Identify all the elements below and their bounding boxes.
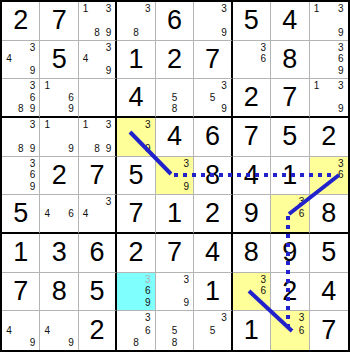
digit-r9c7: 1 xyxy=(233,311,270,350)
cell-r1c4[interactable]: 38 xyxy=(117,2,155,41)
cell-r6c2[interactable]: 46 xyxy=(40,195,78,234)
cell-r5c2[interactable]: 2 xyxy=(40,157,78,196)
cell-r8c6[interactable]: 1 xyxy=(194,273,232,312)
cell-r8c4[interactable]: 369 xyxy=(117,273,155,312)
candidates-r2c1: 349 xyxy=(3,42,38,78)
candidate-r4c4-9: 9 xyxy=(142,143,154,155)
candidate-r8c4-9: 9 xyxy=(142,297,154,309)
candidate-r4c2-9: 9 xyxy=(65,143,77,155)
candidate-r3c2-9: 9 xyxy=(65,103,77,115)
cell-r4c9[interactable]: 2 xyxy=(310,118,348,157)
cell-r4c7[interactable]: 7 xyxy=(233,118,271,157)
cell-r3c5[interactable]: 58 xyxy=(156,79,194,118)
digit-r2c5: 2 xyxy=(156,41,193,79)
cell-r9c3[interactable]: 2 xyxy=(79,311,117,350)
candidates-r9c5: 58 xyxy=(157,312,192,349)
candidate-r1c9-1: 1 xyxy=(311,3,323,15)
cell-r2c3[interactable]: 349 xyxy=(79,41,117,80)
candidate-r3c5-5: 5 xyxy=(169,92,181,104)
candidates-r1c3: 1389 xyxy=(80,3,114,39)
digit-r4c9: 2 xyxy=(310,118,348,156)
candidates-r3c2: 169 xyxy=(41,80,76,115)
digit-r3c8: 7 xyxy=(271,79,308,116)
cell-r8c1[interactable]: 7 xyxy=(2,273,40,312)
digit-r8c9: 4 xyxy=(310,273,348,311)
digit-r1c2: 7 xyxy=(40,2,77,40)
digit-r6c5: 1 xyxy=(156,195,193,232)
digit-r4c7: 7 xyxy=(233,118,270,156)
cell-r6c5[interactable]: 1 xyxy=(156,195,194,234)
digit-r2c8: 8 xyxy=(271,41,308,79)
candidates-r3c1: 3689 xyxy=(3,80,38,115)
candidate-r2c3-9: 9 xyxy=(103,65,114,77)
cell-r9c9[interactable]: 7 xyxy=(310,311,348,350)
candidates-r9c6: 35 xyxy=(195,312,229,349)
digit-r6c6: 2 xyxy=(194,195,230,232)
candidate-r1c4-8: 8 xyxy=(130,27,142,39)
cell-r7c5[interactable]: 7 xyxy=(156,234,194,273)
cell-r7c3[interactable]: 6 xyxy=(79,234,117,273)
candidate-r4c3-1: 1 xyxy=(80,119,91,131)
candidates-r5c1: 369 xyxy=(3,158,38,194)
cell-r8c9[interactable]: 4 xyxy=(310,273,348,312)
candidate-r2c9-3: 3 xyxy=(335,42,347,54)
digit-r3c7: 2 xyxy=(233,79,270,116)
cell-r5c1[interactable]: 369 xyxy=(2,157,40,196)
candidates-r2c3: 349 xyxy=(80,42,114,78)
candidate-r2c7-6: 6 xyxy=(257,54,269,66)
digit-r4c6: 6 xyxy=(194,118,230,156)
candidates-r4c4: 39 xyxy=(118,119,153,155)
cell-r2c2[interactable]: 5 xyxy=(40,41,78,80)
candidate-r2c1-9: 9 xyxy=(27,65,39,77)
cell-r3c8[interactable]: 7 xyxy=(271,79,309,118)
cell-r4c8[interactable]: 5 xyxy=(271,118,309,157)
digit-r9c3: 2 xyxy=(79,311,115,350)
candidates-r1c6: 39 xyxy=(195,3,229,39)
digit-r7c4: 2 xyxy=(117,234,154,272)
candidates-r2c7: 36 xyxy=(234,42,269,78)
candidate-r9c8-3: 3 xyxy=(296,312,308,324)
digit-r7c7: 8 xyxy=(233,234,270,272)
cell-r8c3[interactable]: 5 xyxy=(79,273,117,312)
candidate-r9c6-5: 5 xyxy=(207,325,218,337)
cell-r6c9[interactable]: 8 xyxy=(310,195,348,234)
sudoku-grid: 2713893863954139349534912736836936891694… xyxy=(0,0,350,352)
digit-r5c3: 7 xyxy=(79,157,115,195)
cell-r6c3[interactable]: 34 xyxy=(79,195,117,234)
candidate-r2c1-3: 3 xyxy=(27,42,39,54)
candidate-r4c2-1: 1 xyxy=(41,119,53,131)
cell-r5c5[interactable]: 39 xyxy=(156,157,194,196)
candidate-r5c5-3: 3 xyxy=(180,158,192,170)
candidate-r9c4-8: 8 xyxy=(130,337,142,349)
cell-r8c7[interactable]: 36 xyxy=(233,273,271,312)
candidates-r3c6: 359 xyxy=(195,80,229,115)
candidate-r2c9-9: 9 xyxy=(335,65,347,77)
candidate-r2c1-4: 4 xyxy=(3,54,15,66)
candidates-r1c4: 38 xyxy=(118,3,153,39)
candidates-r9c2: 49 xyxy=(41,312,76,349)
digit-r1c1: 2 xyxy=(2,2,39,40)
candidate-r1c3-9: 9 xyxy=(103,27,114,39)
candidate-r1c3-1: 1 xyxy=(80,3,91,15)
cell-r1c8[interactable]: 4 xyxy=(271,2,309,41)
cell-r4c4[interactable]: 39 xyxy=(117,118,155,157)
cell-r2c6[interactable]: 7 xyxy=(194,41,232,80)
candidate-r5c1-3: 3 xyxy=(27,158,39,170)
digit-r2c4: 1 xyxy=(117,41,154,79)
candidate-r9c4-6: 6 xyxy=(142,325,154,337)
cell-r2c7[interactable]: 36 xyxy=(233,41,271,80)
cell-r6c6[interactable]: 2 xyxy=(194,195,232,234)
candidate-r1c6-3: 3 xyxy=(218,3,229,15)
candidate-r9c1-4: 4 xyxy=(3,325,15,337)
cell-r8c8[interactable]: 2 xyxy=(271,273,309,312)
cell-r7c8[interactable]: 9 xyxy=(271,234,309,273)
candidate-r4c1-8: 8 xyxy=(15,143,27,155)
candidate-r4c1-3: 3 xyxy=(27,119,39,131)
digit-r4c5: 4 xyxy=(156,118,193,156)
cell-r4c3[interactable]: 1389 xyxy=(79,118,117,157)
candidates-r5c9: 36 xyxy=(311,158,347,194)
digit-r6c1: 5 xyxy=(2,195,39,232)
candidates-r1c9: 139 xyxy=(311,3,347,39)
candidate-r5c1-6: 6 xyxy=(27,170,39,182)
cell-r7c9[interactable]: 5 xyxy=(310,234,348,273)
cell-r3c9[interactable]: 139 xyxy=(310,79,348,118)
cell-r9c8[interactable]: 36 xyxy=(271,311,309,350)
candidate-r3c6-9: 9 xyxy=(218,103,229,115)
digit-r7c2: 3 xyxy=(40,234,77,272)
candidate-r8c7-3: 3 xyxy=(257,274,269,286)
candidates-r8c5: 39 xyxy=(157,274,192,310)
cell-r5c9[interactable]: 36 xyxy=(310,157,348,196)
digit-r2c6: 7 xyxy=(194,41,230,79)
candidate-r6c3-4: 4 xyxy=(80,208,91,220)
candidate-r2c3-4: 4 xyxy=(80,54,91,66)
digit-r4c8: 5 xyxy=(271,118,308,156)
cell-r3c4[interactable]: 4 xyxy=(117,79,155,118)
digit-r5c8: 1 xyxy=(271,157,308,195)
cell-r2c9[interactable]: 369 xyxy=(310,41,348,80)
digit-r1c5: 6 xyxy=(156,2,193,40)
candidate-r8c5-9: 9 xyxy=(180,297,192,309)
candidate-r3c1-8: 8 xyxy=(15,103,27,115)
cell-r2c8[interactable]: 8 xyxy=(271,41,309,80)
candidate-r8c7-6: 6 xyxy=(257,286,269,298)
digit-r7c9: 5 xyxy=(310,234,348,272)
cell-r8c5[interactable]: 39 xyxy=(156,273,194,312)
digit-r9c9: 7 xyxy=(310,311,348,350)
candidate-r8c4-6: 6 xyxy=(142,286,154,298)
candidate-r3c5-8: 8 xyxy=(169,103,181,115)
candidate-r5c5-9: 9 xyxy=(180,181,192,193)
digit-r8c8: 2 xyxy=(271,273,308,311)
cell-r6c7[interactable]: 9 xyxy=(233,195,271,234)
candidate-r9c5-8: 8 xyxy=(169,337,181,349)
candidate-r3c6-3: 3 xyxy=(218,80,229,92)
cell-r6c8[interactable]: 36 xyxy=(271,195,309,234)
cell-r5c4[interactable]: 5 xyxy=(117,157,155,196)
cell-r7c7[interactable]: 8 xyxy=(233,234,271,273)
digit-r7c6: 4 xyxy=(194,234,230,272)
candidate-r9c4-3: 3 xyxy=(142,312,154,324)
cell-r5c3[interactable]: 7 xyxy=(79,157,117,196)
candidate-r1c3-8: 8 xyxy=(91,27,102,39)
candidate-r3c9-3: 3 xyxy=(335,80,347,92)
candidate-r3c2-1: 1 xyxy=(41,80,53,92)
candidate-r2c9-6: 6 xyxy=(335,54,347,66)
candidate-r9c2-9: 9 xyxy=(65,337,77,349)
cell-r9c6[interactable]: 35 xyxy=(194,311,232,350)
candidates-r9c1: 49 xyxy=(3,312,38,349)
digit-r1c7: 5 xyxy=(233,2,270,40)
candidate-r2c7-3: 3 xyxy=(257,42,269,54)
cell-r7c1[interactable]: 1 xyxy=(2,234,40,273)
candidate-r4c3-3: 3 xyxy=(103,119,114,131)
cell-r7c4[interactable]: 2 xyxy=(117,234,155,273)
cell-r5c6[interactable]: 8 xyxy=(194,157,232,196)
candidates-r3c9: 139 xyxy=(311,80,347,115)
candidates-r4c2: 19 xyxy=(41,119,76,155)
candidate-r4c1-9: 9 xyxy=(27,143,39,155)
sudoku-app: 2713893863954139349534912736836936891694… xyxy=(0,0,350,352)
cell-r2c1[interactable]: 349 xyxy=(2,41,40,80)
digit-r5c6: 8 xyxy=(194,157,230,195)
cell-r5c8[interactable]: 1 xyxy=(271,157,309,196)
digit-r5c4: 5 xyxy=(117,157,154,195)
candidate-r1c9-3: 3 xyxy=(335,3,347,15)
cell-r8c2[interactable]: 8 xyxy=(40,273,78,312)
cell-r3c2[interactable]: 169 xyxy=(40,79,78,118)
candidate-r1c4-3: 3 xyxy=(142,3,154,15)
digit-r8c2: 8 xyxy=(40,273,77,311)
cell-r4c5[interactable]: 4 xyxy=(156,118,194,157)
candidate-r9c2-4: 4 xyxy=(41,325,53,337)
candidate-r1c6-9: 9 xyxy=(218,27,229,39)
digit-r6c7: 9 xyxy=(233,195,270,232)
cell-r1c6[interactable]: 39 xyxy=(194,2,232,41)
candidates-r6c2: 46 xyxy=(41,196,76,231)
cell-r3c7[interactable]: 2 xyxy=(233,79,271,118)
candidate-r9c8-6: 6 xyxy=(296,325,308,337)
candidate-r4c3-8: 8 xyxy=(91,143,102,155)
cell-r1c9[interactable]: 139 xyxy=(310,2,348,41)
cell-r1c7[interactable]: 5 xyxy=(233,2,271,41)
candidates-r6c8: 36 xyxy=(272,196,307,231)
candidate-r6c2-4: 4 xyxy=(41,208,53,220)
cell-r9c1[interactable]: 49 xyxy=(2,311,40,350)
candidate-r3c9-9: 9 xyxy=(335,103,347,115)
candidate-r9c1-9: 9 xyxy=(27,337,39,349)
digit-r8c6: 1 xyxy=(194,273,230,311)
cell-r2c5[interactable]: 2 xyxy=(156,41,194,80)
candidates-r8c7: 36 xyxy=(234,274,269,310)
candidate-r6c2-6: 6 xyxy=(65,208,77,220)
digit-r2c2: 5 xyxy=(40,41,77,79)
cell-r3c6[interactable]: 359 xyxy=(194,79,232,118)
cell-r1c1[interactable]: 2 xyxy=(2,2,40,41)
cell-r1c5[interactable]: 6 xyxy=(156,2,194,41)
digit-r5c2: 2 xyxy=(40,157,77,195)
cell-r6c1[interactable]: 5 xyxy=(2,195,40,234)
digit-r3c4: 4 xyxy=(117,79,154,116)
candidate-r6c8-6: 6 xyxy=(296,208,308,220)
candidate-r9c6-3: 3 xyxy=(218,312,229,324)
candidate-r3c2-6: 6 xyxy=(65,92,77,104)
digit-r6c4: 7 xyxy=(117,195,154,232)
cell-r5c7[interactable]: 4 xyxy=(233,157,271,196)
cell-r9c5[interactable]: 58 xyxy=(156,311,194,350)
cell-r7c6[interactable]: 4 xyxy=(194,234,232,273)
cell-r9c2[interactable]: 49 xyxy=(40,311,78,350)
candidate-r2c3-3: 3 xyxy=(103,42,114,54)
digit-r1c8: 4 xyxy=(271,2,308,40)
candidate-r3c1-3: 3 xyxy=(27,80,39,92)
candidate-r5c1-9: 9 xyxy=(27,181,39,193)
digit-r6c9: 8 xyxy=(310,195,348,232)
candidates-r9c4: 368 xyxy=(118,312,153,349)
cell-r1c3[interactable]: 1389 xyxy=(79,2,117,41)
candidates-r3c5: 58 xyxy=(157,80,192,115)
candidate-r6c3-3: 3 xyxy=(103,196,114,208)
candidate-r3c1-9: 9 xyxy=(27,103,39,115)
digit-r7c1: 1 xyxy=(2,234,39,272)
candidate-r3c1-6: 6 xyxy=(27,92,39,104)
cell-r4c1[interactable]: 389 xyxy=(2,118,40,157)
candidate-r4c4-3: 3 xyxy=(142,119,154,131)
cell-r9c4[interactable]: 368 xyxy=(117,311,155,350)
cell-r9c7[interactable]: 1 xyxy=(233,311,271,350)
candidates-r6c3: 34 xyxy=(80,196,114,231)
candidate-r3c9-1: 1 xyxy=(311,80,323,92)
digit-r7c3: 6 xyxy=(79,234,115,272)
digit-r8c3: 5 xyxy=(79,273,115,311)
cell-r4c2[interactable]: 19 xyxy=(40,118,78,157)
cell-r3c1[interactable]: 3689 xyxy=(2,79,40,118)
candidate-r3c6-5: 5 xyxy=(207,92,218,104)
candidate-r5c9-6: 6 xyxy=(335,170,347,182)
cell-r4c6[interactable]: 6 xyxy=(194,118,232,157)
candidates-r8c4: 369 xyxy=(118,274,153,310)
candidates-r4c1: 389 xyxy=(3,119,38,155)
digit-r8c1: 7 xyxy=(2,273,39,311)
candidate-r4c3-9: 9 xyxy=(103,143,114,155)
candidates-r2c9: 369 xyxy=(311,42,347,78)
cell-r6c4[interactable]: 7 xyxy=(117,195,155,234)
digit-r5c7: 4 xyxy=(233,157,270,195)
cell-r7c2[interactable]: 3 xyxy=(40,234,78,273)
candidate-r8c5-3: 3 xyxy=(180,274,192,286)
candidate-r8c4-3: 3 xyxy=(142,274,154,286)
candidate-r5c9-3: 3 xyxy=(335,158,347,170)
candidate-r1c9-9: 9 xyxy=(335,27,347,39)
candidates-r4c3: 1389 xyxy=(80,119,114,155)
candidates-r9c8: 36 xyxy=(272,312,307,349)
candidate-r9c5-5: 5 xyxy=(169,325,181,337)
cell-r1c2[interactable]: 7 xyxy=(40,2,78,41)
digit-r7c8: 9 xyxy=(271,234,308,272)
candidate-r1c3-3: 3 xyxy=(103,3,114,15)
cell-r2c4[interactable]: 1 xyxy=(117,41,155,80)
digit-r7c5: 7 xyxy=(156,234,193,272)
candidates-r5c5: 39 xyxy=(157,158,192,194)
candidate-r6c8-3: 3 xyxy=(296,196,308,208)
cell-r3c3[interactable] xyxy=(79,79,117,118)
